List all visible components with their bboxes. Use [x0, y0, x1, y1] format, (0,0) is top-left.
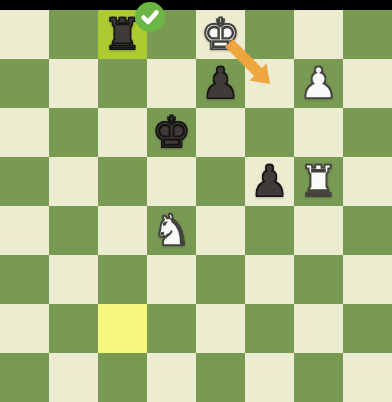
square-d2[interactable]	[147, 304, 196, 353]
square-f3[interactable]	[245, 255, 294, 304]
square-a2[interactable]	[0, 304, 49, 353]
square-f4[interactable]	[245, 206, 294, 255]
square-b2[interactable]	[49, 304, 98, 353]
square-e2[interactable]	[196, 304, 245, 353]
square-e7[interactable]: ♟	[196, 59, 245, 108]
square-a8[interactable]	[0, 10, 49, 59]
square-g8[interactable]	[294, 10, 343, 59]
square-e1[interactable]	[196, 353, 245, 402]
square-f2[interactable]	[245, 304, 294, 353]
correct-move-badge	[135, 2, 165, 32]
top-bar	[0, 0, 392, 10]
square-e5[interactable]	[196, 157, 245, 206]
square-e3[interactable]	[196, 255, 245, 304]
square-f6[interactable]	[245, 108, 294, 157]
square-a7[interactable]	[0, 59, 49, 108]
square-h8[interactable]	[343, 10, 392, 59]
square-h3[interactable]	[343, 255, 392, 304]
white-knight[interactable]: ♞	[152, 206, 191, 255]
square-h1[interactable]	[343, 353, 392, 402]
square-d6[interactable]: ♚	[147, 108, 196, 157]
square-b6[interactable]	[49, 108, 98, 157]
square-b3[interactable]	[49, 255, 98, 304]
square-h4[interactable]	[343, 206, 392, 255]
chess-puzzle-screen: ♜♚♟♟♚♟♜♞	[0, 0, 392, 402]
square-d3[interactable]	[147, 255, 196, 304]
square-a6[interactable]	[0, 108, 49, 157]
square-f8[interactable]	[245, 10, 294, 59]
square-a4[interactable]	[0, 206, 49, 255]
square-f5[interactable]: ♟	[245, 157, 294, 206]
square-e4[interactable]	[196, 206, 245, 255]
square-c2[interactable]	[98, 304, 147, 353]
square-d1[interactable]	[147, 353, 196, 402]
square-a5[interactable]	[0, 157, 49, 206]
square-c1[interactable]	[98, 353, 147, 402]
checkmark-icon	[135, 2, 165, 32]
black-pawn[interactable]: ♟	[250, 157, 289, 206]
square-b1[interactable]	[49, 353, 98, 402]
square-h2[interactable]	[343, 304, 392, 353]
square-c3[interactable]	[98, 255, 147, 304]
square-h6[interactable]	[343, 108, 392, 157]
white-rook[interactable]: ♜	[299, 157, 338, 206]
square-c5[interactable]	[98, 157, 147, 206]
square-d7[interactable]	[147, 59, 196, 108]
square-a1[interactable]	[0, 353, 49, 402]
square-g1[interactable]	[294, 353, 343, 402]
square-d5[interactable]	[147, 157, 196, 206]
square-d4[interactable]: ♞	[147, 206, 196, 255]
black-king[interactable]: ♚	[152, 108, 191, 157]
square-g7[interactable]: ♟	[294, 59, 343, 108]
square-b5[interactable]	[49, 157, 98, 206]
square-h7[interactable]	[343, 59, 392, 108]
white-pawn[interactable]: ♟	[299, 59, 338, 108]
square-c4[interactable]	[98, 206, 147, 255]
square-f1[interactable]	[245, 353, 294, 402]
white-king[interactable]: ♚	[201, 10, 240, 59]
board[interactable]: ♜♚♟♟♚♟♜♞	[0, 10, 392, 402]
square-b7[interactable]	[49, 59, 98, 108]
square-g3[interactable]	[294, 255, 343, 304]
square-b4[interactable]	[49, 206, 98, 255]
square-g6[interactable]	[294, 108, 343, 157]
square-a3[interactable]	[0, 255, 49, 304]
square-f7[interactable]	[245, 59, 294, 108]
square-h5[interactable]	[343, 157, 392, 206]
square-e8[interactable]: ♚	[196, 10, 245, 59]
square-g2[interactable]	[294, 304, 343, 353]
black-pawn[interactable]: ♟	[201, 59, 240, 108]
square-g5[interactable]: ♜	[294, 157, 343, 206]
square-c6[interactable]	[98, 108, 147, 157]
square-b8[interactable]	[49, 10, 98, 59]
square-g4[interactable]	[294, 206, 343, 255]
square-e6[interactable]	[196, 108, 245, 157]
square-c7[interactable]	[98, 59, 147, 108]
